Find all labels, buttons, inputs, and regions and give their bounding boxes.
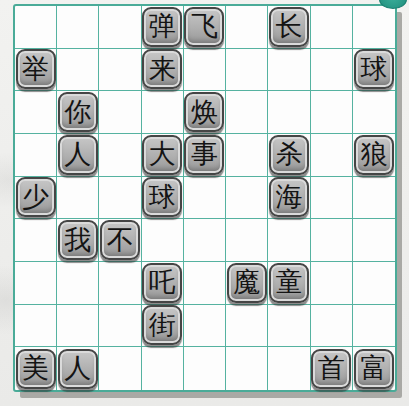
character-tile-童[interactable]: 童 — [269, 263, 309, 303]
board-cell: 人 — [57, 134, 99, 177]
board-cell — [311, 305, 353, 348]
board-cell: 飞 — [184, 6, 226, 49]
board-cell: 吒 — [142, 262, 184, 305]
character-tile-长[interactable]: 长 — [269, 7, 309, 47]
board-cell — [311, 262, 353, 305]
character-tile-街[interactable]: 街 — [142, 305, 182, 345]
board-cell — [311, 219, 353, 262]
board-cell — [15, 134, 57, 177]
board-cell: 球 — [353, 49, 395, 92]
board-cell — [57, 262, 99, 305]
board-cell — [226, 177, 268, 220]
character-tile-弹[interactable]: 弹 — [142, 7, 182, 47]
puzzle-board: 弹飞长举来球你焕人大事杀狼少球海我不吒魔童街美人首富 — [13, 4, 397, 392]
board-cell — [15, 262, 57, 305]
character-tile-杀[interactable]: 杀 — [269, 135, 309, 175]
board-cell: 首 — [311, 347, 353, 390]
character-tile-魔[interactable]: 魔 — [227, 263, 267, 303]
board-cell — [57, 49, 99, 92]
board-cell — [99, 347, 141, 390]
board-cell — [311, 177, 353, 220]
character-tile-飞[interactable]: 飞 — [184, 7, 224, 47]
board-cell — [15, 91, 57, 134]
board-cell: 人 — [57, 347, 99, 390]
board-cell: 来 — [142, 49, 184, 92]
board-cell — [142, 219, 184, 262]
board-cell: 不 — [99, 219, 141, 262]
board-cell — [15, 305, 57, 348]
board-cell: 街 — [142, 305, 184, 348]
board-cell — [311, 49, 353, 92]
board-cell — [99, 49, 141, 92]
board-cell — [226, 6, 268, 49]
board-cell — [99, 6, 141, 49]
board-cell — [184, 305, 226, 348]
character-tile-你[interactable]: 你 — [58, 92, 98, 132]
board-cell: 海 — [268, 177, 310, 220]
character-tile-球[interactable]: 球 — [354, 49, 394, 89]
character-tile-事[interactable]: 事 — [184, 135, 224, 175]
board-cell: 你 — [57, 91, 99, 134]
board-cell — [99, 262, 141, 305]
board-cell — [226, 91, 268, 134]
board-cell — [353, 219, 395, 262]
board-cell: 少 — [15, 177, 57, 220]
board-cell: 我 — [57, 219, 99, 262]
board-cell: 童 — [268, 262, 310, 305]
character-tile-人[interactable]: 人 — [58, 349, 98, 389]
board-cell — [142, 347, 184, 390]
board-cell — [99, 177, 141, 220]
board-cell — [226, 134, 268, 177]
board-cell — [353, 262, 395, 305]
character-tile-大[interactable]: 大 — [142, 135, 182, 175]
character-tile-首[interactable]: 首 — [311, 349, 351, 389]
board-cell: 狼 — [353, 134, 395, 177]
board-cell — [268, 91, 310, 134]
board-cell: 美 — [15, 347, 57, 390]
board-cell — [311, 6, 353, 49]
game-screen: 弹飞长举来球你焕人大事杀狼少球海我不吒魔童街美人首富 — [0, 0, 409, 406]
character-tile-海[interactable]: 海 — [269, 177, 309, 217]
board-cell: 富 — [353, 347, 395, 390]
board-cell — [226, 219, 268, 262]
board-cell — [226, 347, 268, 390]
board-cell — [268, 347, 310, 390]
board-cell — [57, 6, 99, 49]
board-cell — [184, 177, 226, 220]
board-cell — [353, 91, 395, 134]
character-tile-来[interactable]: 来 — [142, 49, 182, 89]
board-cell — [226, 305, 268, 348]
board-cell: 事 — [184, 134, 226, 177]
board-cell — [311, 134, 353, 177]
board-cell — [353, 177, 395, 220]
board-cell: 长 — [268, 6, 310, 49]
character-tile-球[interactable]: 球 — [142, 177, 182, 217]
board-cell — [184, 262, 226, 305]
board-cell — [268, 305, 310, 348]
board-cell — [226, 49, 268, 92]
board-cell — [15, 219, 57, 262]
board-cell: 举 — [15, 49, 57, 92]
board-cell — [268, 219, 310, 262]
board-cell — [268, 49, 310, 92]
board-cell — [142, 91, 184, 134]
board-cell: 魔 — [226, 262, 268, 305]
board-cell — [353, 305, 395, 348]
character-tile-举[interactable]: 举 — [16, 49, 56, 89]
board-cell: 球 — [142, 177, 184, 220]
board-cell — [57, 305, 99, 348]
board-cell — [353, 6, 395, 49]
board-cell: 弹 — [142, 6, 184, 49]
board-cell — [99, 305, 141, 348]
board-cell — [311, 91, 353, 134]
character-tile-人[interactable]: 人 — [58, 135, 98, 175]
board-cell — [184, 347, 226, 390]
board-cell: 杀 — [268, 134, 310, 177]
board-cell: 焕 — [184, 91, 226, 134]
board-cell: 大 — [142, 134, 184, 177]
character-tile-我[interactable]: 我 — [58, 220, 98, 260]
board-cell — [99, 91, 141, 134]
character-tile-吒[interactable]: 吒 — [142, 263, 182, 303]
character-tile-狼[interactable]: 狼 — [354, 135, 394, 175]
board-cell — [184, 49, 226, 92]
character-tile-焕[interactable]: 焕 — [184, 92, 224, 132]
board-cell — [184, 219, 226, 262]
character-tile-不[interactable]: 不 — [100, 220, 140, 260]
character-tile-美[interactable]: 美 — [16, 349, 56, 389]
board-cell — [99, 134, 141, 177]
character-tile-少[interactable]: 少 — [16, 177, 56, 217]
character-tile-富[interactable]: 富 — [354, 349, 394, 389]
board-cell — [57, 177, 99, 220]
board-cell — [15, 6, 57, 49]
